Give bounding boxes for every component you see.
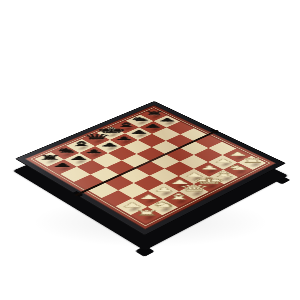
piece-shadow — [142, 196, 161, 206]
piece-white-rook-a1[interactable]: ♜ — [119, 209, 176, 216]
piece-white-pawn-a2[interactable]: ♟ — [104, 202, 160, 208]
piece-white-queen-d1[interactable]: ♛ — [167, 184, 222, 193]
square-f1[interactable]: ♝ — [208, 169, 238, 184]
square-a7[interactable]: ♟ — [47, 160, 76, 174]
square-d2[interactable]: ♟ — [163, 176, 193, 191]
square-d3[interactable] — [149, 168, 179, 183]
square-d1[interactable]: ♛ — [178, 184, 208, 200]
square-e3[interactable] — [164, 161, 193, 176]
piece-shadow — [172, 197, 191, 207]
square-c3[interactable] — [133, 176, 163, 191]
piece-shadow — [125, 204, 144, 214]
piece-white-bishop-c1[interactable]: ♝ — [152, 193, 207, 201]
piece-shadow — [56, 164, 74, 173]
square-c5[interactable] — [106, 161, 135, 176]
square-d4[interactable] — [135, 161, 164, 176]
piece-white-pawn-b2[interactable]: ♟ — [121, 194, 176, 200]
piece-shadow — [140, 212, 159, 222]
piece-white-knight-b1[interactable]: ♞ — [136, 201, 192, 208]
piece-black-pawn-a7[interactable]: ♟ — [36, 162, 89, 168]
square-e1[interactable]: ♚ — [194, 177, 224, 192]
piece-shadow — [173, 181, 191, 190]
piece-shadow — [203, 182, 221, 191]
square-a6[interactable] — [60, 167, 90, 182]
square-c2[interactable]: ♟ — [148, 183, 178, 199]
square-b1[interactable]: ♞ — [147, 199, 178, 215]
square-b2[interactable]: ♟ — [132, 191, 163, 207]
square-a4[interactable] — [87, 182, 117, 198]
piece-shadow — [157, 188, 176, 198]
piece-black-pawn-c7[interactable]: ♟ — [69, 149, 121, 154]
square-c4[interactable] — [119, 168, 149, 183]
piece-white-pawn-c2[interactable]: ♟ — [137, 186, 192, 192]
square-a3[interactable] — [101, 190, 132, 206]
board-foot — [272, 175, 290, 184]
square-a1[interactable]: ♜ — [130, 207, 162, 224]
piece-white-pawn-d2[interactable]: ♟ — [153, 179, 207, 185]
square-b3[interactable] — [118, 183, 148, 199]
square-c1[interactable]: ♝ — [163, 191, 194, 207]
piece-shadow — [157, 204, 176, 214]
square-a2[interactable]: ♟ — [116, 198, 147, 214]
piece-white-pawn-h2[interactable]: ♟ — [212, 151, 264, 156]
piece-white-king-e1[interactable]: ♚ — [182, 176, 237, 185]
product-photo-scene: ♜♞♝♛♚♝♞♜♟♟♟♟♟♟♟♟♟♟♟♟♟♟♟♟♜♞♝♛♚♝♞♜ — [0, 0, 300, 300]
piece-shadow — [188, 189, 207, 199]
square-a5[interactable] — [74, 175, 104, 190]
square-b5[interactable] — [90, 167, 120, 182]
square-b4[interactable] — [103, 175, 133, 190]
